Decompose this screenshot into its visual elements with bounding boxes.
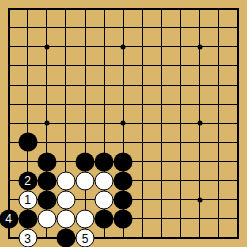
star-point [197,44,202,49]
move-number-label: 2 [24,175,31,187]
stone-white-E4 [76,171,95,190]
move-number-label: 3 [24,232,31,244]
board-hline [8,237,240,239]
star-point [121,121,126,126]
move-number-label: 4 [5,213,12,225]
move-2-stone-black-B4: 2 [18,171,37,190]
board-hline [8,142,240,143]
move-3-stone-white-B1: 3 [18,229,37,247]
move-number-label: 5 [82,232,89,244]
stone-black-G4 [114,171,133,190]
stone-white-C2 [37,209,56,228]
board-vline [180,8,181,240]
star-point [44,121,49,126]
stone-black-B6 [18,133,37,152]
stone-black-G5 [114,152,133,171]
stone-black-F2 [95,209,114,228]
board-vline [142,8,143,240]
move-5-stone-white-E1: 5 [76,229,95,247]
stone-black-C3 [37,190,56,209]
stone-black-E5 [76,152,95,171]
star-point [44,44,49,49]
stone-white-F3 [95,190,114,209]
stone-black-B2 [18,209,37,228]
star-point [121,44,126,49]
board-vline [161,8,162,240]
stone-black-G2 [114,209,133,228]
stone-white-F4 [95,171,114,190]
go-board-diagram: 21435 [0,0,247,247]
stone-black-C4 [37,171,56,190]
board-vline [218,8,219,240]
stone-white-D2 [56,209,75,228]
star-point [197,197,202,202]
stone-black-C5 [37,152,56,171]
star-point [197,121,202,126]
stone-white-D4 [56,171,75,190]
stone-black-G3 [114,190,133,209]
move-1-stone-white-B3: 1 [18,190,37,209]
stone-black-D1 [56,229,75,247]
stone-white-E2 [76,209,95,228]
move-4-stone-black-A2: 4 [0,209,18,228]
board-vline [237,8,239,240]
stone-black-F5 [95,152,114,171]
stone-white-D3 [56,190,75,209]
move-number-label: 1 [24,194,31,206]
